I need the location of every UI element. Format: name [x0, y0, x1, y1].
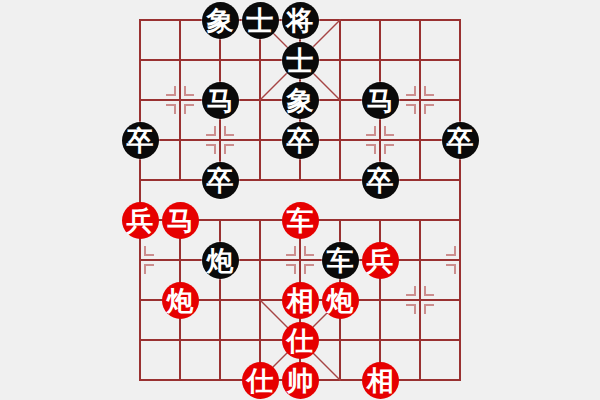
pieces-layer: 象士将士马象马卒卒卒卒卒炮车兵马车兵炮相炮仕仕帅相 — [120, 0, 480, 400]
red-cannon[interactable]: 炮 — [322, 282, 359, 319]
red-soldier[interactable]: 兵 — [362, 242, 399, 279]
black-horse[interactable]: 马 — [202, 82, 239, 119]
xiangqi-board-screen: 象士将士马象马卒卒卒卒卒炮车兵马车兵炮相炮仕仕帅相 — [0, 0, 600, 400]
red-soldier[interactable]: 兵 — [122, 202, 159, 239]
red-chariot[interactable]: 车 — [282, 202, 319, 239]
black-horse[interactable]: 马 — [362, 82, 399, 119]
black-soldier[interactable]: 卒 — [282, 122, 319, 159]
red-advisor[interactable]: 仕 — [282, 322, 319, 359]
red-elephant[interactable]: 相 — [282, 282, 319, 319]
red-general[interactable]: 帅 — [282, 362, 319, 399]
black-soldier[interactable]: 卒 — [442, 122, 479, 159]
black-advisor[interactable]: 士 — [242, 2, 279, 39]
red-advisor[interactable]: 仕 — [242, 362, 279, 399]
black-soldier[interactable]: 卒 — [362, 162, 399, 199]
black-elephant[interactable]: 象 — [202, 2, 239, 39]
red-cannon[interactable]: 炮 — [162, 282, 199, 319]
black-cannon[interactable]: 炮 — [202, 242, 239, 279]
black-soldier[interactable]: 卒 — [122, 122, 159, 159]
black-elephant[interactable]: 象 — [282, 82, 319, 119]
black-soldier[interactable]: 卒 — [202, 162, 239, 199]
red-elephant[interactable]: 相 — [362, 362, 399, 399]
black-general[interactable]: 将 — [282, 2, 319, 39]
black-chariot[interactable]: 车 — [322, 242, 359, 279]
red-horse[interactable]: 马 — [162, 202, 199, 239]
black-advisor[interactable]: 士 — [282, 42, 319, 79]
